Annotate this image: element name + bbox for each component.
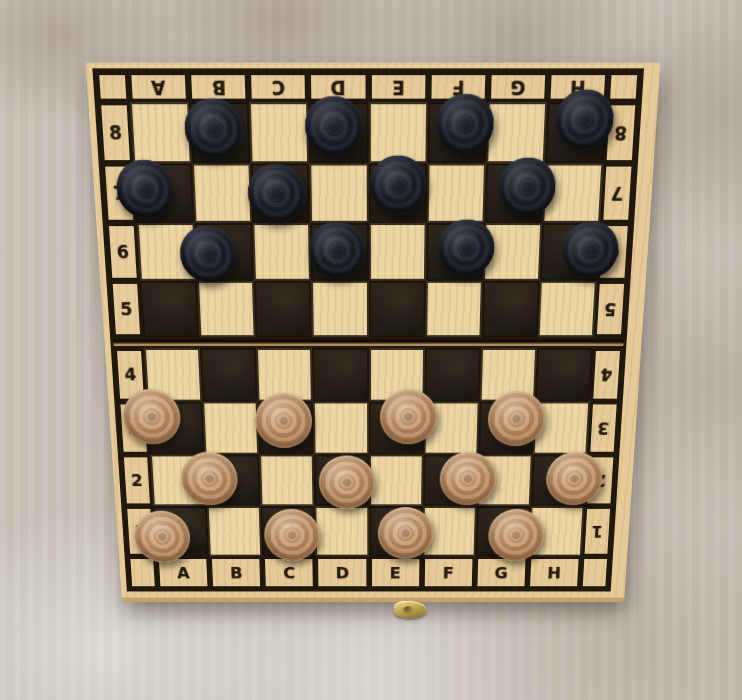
- square-e8[interactable]: [368, 102, 428, 163]
- brass-clasp-icon: [394, 601, 426, 618]
- square-b7[interactable]: [192, 163, 253, 222]
- square-a1[interactable]: [153, 506, 209, 556]
- square-h6[interactable]: [540, 223, 600, 281]
- file-label-c-bottom: C: [283, 564, 295, 582]
- square-c8[interactable]: [249, 102, 310, 163]
- square-d7[interactable]: [310, 163, 369, 222]
- file-label-g-top: G: [510, 76, 526, 98]
- square-f6[interactable]: [426, 223, 485, 281]
- photo-scene: ABCDEFGH8877665544332211ABCDEFGH: [0, 0, 742, 700]
- square-d4[interactable]: [312, 348, 368, 402]
- rank-label-4-right: 4: [600, 365, 613, 384]
- square-d5[interactable]: [311, 280, 368, 336]
- square-g1[interactable]: [475, 506, 530, 556]
- file-label-f-bottom: F: [443, 564, 454, 582]
- square-a7[interactable]: [133, 163, 194, 222]
- square-b6[interactable]: [195, 223, 255, 281]
- square-a3[interactable]: [147, 402, 205, 455]
- square-e6[interactable]: [368, 223, 426, 281]
- file-label-b-top: B: [211, 76, 226, 98]
- square-g7[interactable]: [484, 163, 544, 222]
- square-d1[interactable]: [315, 506, 369, 556]
- square-c3[interactable]: [258, 402, 314, 455]
- rank-label-2-left: 2: [131, 471, 144, 489]
- white-piece-c1[interactable]: [264, 509, 320, 561]
- rank-label-6-left: 6: [116, 241, 129, 262]
- square-c1[interactable]: [261, 506, 316, 556]
- black-piece-d8[interactable]: [305, 96, 364, 156]
- board-grid: ABCDEFGH8877665544332211ABCDEFGH: [92, 68, 644, 591]
- rank-label-5-right: 5: [604, 299, 617, 319]
- square-f4[interactable]: [424, 348, 481, 402]
- black-piece-d6[interactable]: [309, 221, 366, 278]
- square-a5[interactable]: [140, 280, 200, 336]
- frame-corner-cell: [580, 556, 610, 588]
- square-c7[interactable]: [251, 163, 311, 222]
- rank-label-4-left: 4: [124, 365, 137, 384]
- black-piece-e7[interactable]: [369, 155, 427, 214]
- rank-label-8-right: 8: [614, 122, 628, 144]
- rank-label-3-right: 3: [597, 419, 610, 438]
- square-f8[interactable]: [427, 102, 487, 163]
- rank-label-8-left: 8: [109, 122, 123, 144]
- rank-label-5-left: 5: [120, 299, 133, 319]
- frame-corner-cell: [127, 556, 157, 588]
- square-a8[interactable]: [130, 102, 192, 163]
- rank-label-7-right: 7: [611, 182, 625, 203]
- square-h5[interactable]: [537, 280, 596, 336]
- frame-corner-cell: [607, 72, 641, 102]
- square-c2[interactable]: [259, 455, 314, 506]
- square-b2[interactable]: [205, 455, 261, 506]
- fold-seam: [113, 337, 624, 348]
- square-d6[interactable]: [310, 223, 368, 281]
- square-b4[interactable]: [200, 348, 258, 402]
- file-label-g-bottom: G: [494, 564, 508, 582]
- square-h8[interactable]: [545, 102, 607, 163]
- black-piece-c7[interactable]: [247, 164, 306, 223]
- rank-label-1-right: 1: [591, 522, 603, 540]
- square-f7[interactable]: [426, 163, 486, 222]
- file-label-a-bottom: A: [177, 564, 190, 582]
- square-f2[interactable]: [423, 455, 478, 506]
- square-g8[interactable]: [486, 102, 547, 163]
- file-label-e-top: E: [392, 76, 405, 98]
- square-g3[interactable]: [478, 402, 535, 455]
- square-h4[interactable]: [535, 348, 593, 402]
- black-piece-b8[interactable]: [183, 98, 243, 158]
- file-label-a-top: A: [151, 76, 166, 98]
- square-d3[interactable]: [313, 402, 368, 455]
- checkers-board: ABCDEFGH8877665544332211ABCDEFGH: [86, 63, 661, 602]
- square-d2[interactable]: [314, 455, 369, 506]
- frame-corner-cell: [96, 72, 130, 102]
- square-h2[interactable]: [530, 455, 587, 506]
- square-e5[interactable]: [368, 280, 425, 336]
- square-c5[interactable]: [254, 280, 312, 336]
- file-label-e-bottom: E: [390, 564, 401, 582]
- white-piece-d2[interactable]: [319, 456, 375, 509]
- square-b3[interactable]: [202, 402, 259, 455]
- square-b5[interactable]: [197, 280, 256, 336]
- file-label-d-top: D: [331, 76, 346, 98]
- square-g5[interactable]: [481, 280, 540, 336]
- square-b8[interactable]: [189, 102, 250, 163]
- white-piece-c3[interactable]: [255, 393, 313, 448]
- square-e2[interactable]: [369, 455, 424, 506]
- square-e3[interactable]: [369, 402, 424, 455]
- file-label-d-bottom: D: [336, 564, 349, 582]
- square-c6[interactable]: [252, 223, 311, 281]
- square-f5[interactable]: [425, 280, 483, 336]
- file-label-c-top: C: [271, 76, 285, 98]
- square-e7[interactable]: [368, 163, 427, 222]
- square-d8[interactable]: [309, 102, 369, 163]
- file-label-h-bottom: H: [547, 564, 561, 582]
- file-label-b-bottom: B: [230, 564, 243, 582]
- square-b1[interactable]: [207, 506, 262, 556]
- square-e1[interactable]: [369, 506, 423, 556]
